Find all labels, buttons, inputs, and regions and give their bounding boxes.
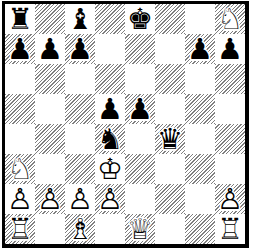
square-g1[interactable]	[185, 214, 215, 244]
square-a1[interactable]: ♜♖	[5, 214, 35, 244]
square-f8[interactable]	[155, 4, 185, 34]
square-e2[interactable]	[125, 184, 155, 214]
black-pawn-icon: ♟♟	[5, 34, 35, 64]
square-e5[interactable]: ♟♟	[125, 94, 155, 124]
square-c1[interactable]: ♝♗	[65, 214, 95, 244]
square-h4[interactable]	[215, 124, 245, 154]
piece-outline-layer: ♝	[65, 4, 95, 34]
white-pawn-icon: ♟♙	[5, 184, 35, 214]
square-c6[interactable]	[65, 64, 95, 94]
square-f6[interactable]	[155, 64, 185, 94]
square-a5[interactable]	[5, 94, 35, 124]
square-d8[interactable]	[95, 4, 125, 34]
piece-outline-layer: ♙	[215, 184, 245, 214]
square-a2[interactable]: ♟♙	[5, 184, 35, 214]
black-bishop-icon: ♝♝	[65, 4, 95, 34]
square-h3[interactable]	[215, 154, 245, 184]
black-pawn-icon: ♟♟	[95, 94, 125, 124]
piece-outline-layer: ♟	[215, 34, 245, 64]
black-pawn-icon: ♟♟	[185, 34, 215, 64]
black-pawn-icon: ♟♟	[125, 94, 155, 124]
square-b4[interactable]	[35, 124, 65, 154]
square-d7[interactable]	[95, 34, 125, 64]
white-rook-icon: ♜♖	[5, 214, 35, 244]
piece-outline-layer: ♙	[35, 184, 65, 214]
black-rook-icon: ♜♜	[5, 4, 35, 34]
piece-outline-layer: ♔	[95, 154, 125, 184]
piece-outline-layer: ♖	[215, 214, 245, 244]
white-pawn-icon: ♟♙	[215, 184, 245, 214]
square-h7[interactable]: ♟♟	[215, 34, 245, 64]
chess-board: ♜♜♝♝♚♚♞♘♟♟♟♟♟♟♟♟♟♟♟♟♟♟♞♞♛♛♞♘♚♔♟♙♟♙♟♙♟♙♟♙…	[2, 1, 249, 248]
square-b1[interactable]	[35, 214, 65, 244]
square-f4[interactable]: ♛♛	[155, 124, 185, 154]
square-b2[interactable]: ♟♙	[35, 184, 65, 214]
square-b8[interactable]	[35, 4, 65, 34]
square-h1[interactable]: ♜♖	[215, 214, 245, 244]
square-d3[interactable]: ♚♔	[95, 154, 125, 184]
square-c2[interactable]: ♟♙	[65, 184, 95, 214]
square-e3[interactable]	[125, 154, 155, 184]
piece-outline-layer: ♖	[5, 214, 35, 244]
square-b7[interactable]: ♟♟	[35, 34, 65, 64]
white-knight-icon: ♞♘	[215, 4, 245, 34]
square-a3[interactable]: ♞♘	[5, 154, 35, 184]
square-g7[interactable]: ♟♟	[185, 34, 215, 64]
square-g8[interactable]	[185, 4, 215, 34]
square-h2[interactable]: ♟♙	[215, 184, 245, 214]
white-king-icon: ♚♔	[95, 154, 125, 184]
white-pawn-icon: ♟♙	[65, 184, 95, 214]
white-pawn-icon: ♟♙	[95, 184, 125, 214]
piece-outline-layer: ♞	[95, 124, 125, 154]
white-pawn-icon: ♟♙	[35, 184, 65, 214]
square-c7[interactable]: ♟♟	[65, 34, 95, 64]
square-h8[interactable]: ♞♘	[215, 4, 245, 34]
square-a7[interactable]: ♟♟	[5, 34, 35, 64]
white-rook-icon: ♜♖	[215, 214, 245, 244]
square-a8[interactable]: ♜♜	[5, 4, 35, 34]
black-pawn-icon: ♟♟	[65, 34, 95, 64]
black-pawn-icon: ♟♟	[35, 34, 65, 64]
square-a6[interactable]	[5, 64, 35, 94]
piece-outline-layer: ♗	[65, 214, 95, 244]
piece-outline-layer: ♟	[185, 34, 215, 64]
piece-outline-layer: ♘	[215, 4, 245, 34]
white-knight-icon: ♞♘	[5, 154, 35, 184]
square-e8[interactable]: ♚♚	[125, 4, 155, 34]
chess-diagram: ♜♜♝♝♚♚♞♘♟♟♟♟♟♟♟♟♟♟♟♟♟♟♞♞♛♛♞♘♚♔♟♙♟♙♟♙♟♙♟♙…	[2, 1, 249, 248]
piece-outline-layer: ♟	[35, 34, 65, 64]
piece-outline-layer: ♚	[125, 4, 155, 34]
piece-outline-layer: ♟	[95, 94, 125, 124]
square-g5[interactable]	[185, 94, 215, 124]
square-e7[interactable]	[125, 34, 155, 64]
square-d4[interactable]: ♞♞	[95, 124, 125, 154]
black-pawn-icon: ♟♟	[215, 34, 245, 64]
piece-outline-layer: ♙	[65, 184, 95, 214]
square-d6[interactable]	[95, 64, 125, 94]
square-c4[interactable]	[65, 124, 95, 154]
square-g3[interactable]	[185, 154, 215, 184]
square-f7[interactable]	[155, 34, 185, 64]
square-f1[interactable]	[155, 214, 185, 244]
square-e4[interactable]	[125, 124, 155, 154]
square-f5[interactable]	[155, 94, 185, 124]
piece-outline-layer: ♕	[125, 214, 155, 244]
square-c3[interactable]	[65, 154, 95, 184]
square-e6[interactable]	[125, 64, 155, 94]
square-c8[interactable]: ♝♝	[65, 4, 95, 34]
square-h5[interactable]	[215, 94, 245, 124]
piece-outline-layer: ♟	[5, 34, 35, 64]
square-g6[interactable]	[185, 64, 215, 94]
square-g2[interactable]	[185, 184, 215, 214]
square-d2[interactable]: ♟♙	[95, 184, 125, 214]
piece-outline-layer: ♟	[125, 94, 155, 124]
square-e1[interactable]: ♛♕	[125, 214, 155, 244]
square-c5[interactable]	[65, 94, 95, 124]
square-d1[interactable]	[95, 214, 125, 244]
square-a4[interactable]	[5, 124, 35, 154]
square-f2[interactable]	[155, 184, 185, 214]
piece-outline-layer: ♟	[65, 34, 95, 64]
black-queen-icon: ♛♛	[155, 124, 185, 154]
square-f3[interactable]	[155, 154, 185, 184]
square-h6[interactable]	[215, 64, 245, 94]
square-b5[interactable]	[35, 94, 65, 124]
black-king-icon: ♚♚	[125, 4, 155, 34]
piece-outline-layer: ♜	[5, 4, 35, 34]
square-g4[interactable]	[185, 124, 215, 154]
piece-outline-layer: ♘	[5, 154, 35, 184]
black-knight-icon: ♞♞	[95, 124, 125, 154]
square-b3[interactable]	[35, 154, 65, 184]
piece-outline-layer: ♙	[5, 184, 35, 214]
piece-outline-layer: ♙	[95, 184, 125, 214]
white-queen-icon: ♛♕	[125, 214, 155, 244]
white-bishop-icon: ♝♗	[65, 214, 95, 244]
square-d5[interactable]: ♟♟	[95, 94, 125, 124]
square-b6[interactable]	[35, 64, 65, 94]
piece-outline-layer: ♛	[155, 124, 185, 154]
